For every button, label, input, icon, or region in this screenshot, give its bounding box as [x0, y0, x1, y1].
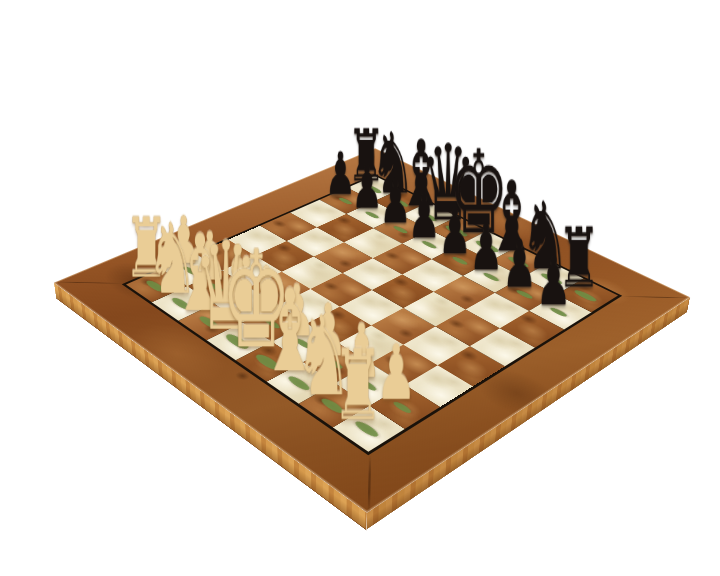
square-h7[interactable]: ♟	[529, 294, 592, 329]
square-h1[interactable]: ♜	[333, 405, 405, 451]
chess-board: ♜♞♝♛♚♝♞♜♟♟♟♟♟♟♟♟♟♟♟♟♟♟♟♟♜♞♝♛♚♝♞♜	[54, 148, 690, 513]
board-grid: ♜♞♝♛♚♝♞♜♟♟♟♟♟♟♟♟♟♟♟♟♟♟♟♟♜♞♝♛♚♝♞♜	[126, 176, 618, 452]
piece-white-rook[interactable]: ♜	[302, 338, 413, 435]
frame-miter-seam	[367, 455, 371, 515]
product-photo-scene: ♜♞♝♛♚♝♞♜♟♟♟♟♟♟♟♟♟♟♟♟♟♟♟♟♜♞♝♛♚♝♞♜	[0, 0, 720, 576]
playing-area: ♜♞♝♛♚♝♞♜♟♟♟♟♟♟♟♟♟♟♟♟♟♟♟♟♜♞♝♛♚♝♞♜	[122, 174, 623, 455]
frame-miter-seam	[622, 296, 692, 299]
piece-black-pawn[interactable]: ♟	[506, 248, 602, 316]
square-h6[interactable]	[500, 311, 564, 348]
board-frame: ♜♞♝♛♚♝♞♜♟♟♟♟♟♟♟♟♟♟♟♟♟♟♟♟♜♞♝♛♚♝♞♜	[54, 148, 690, 513]
